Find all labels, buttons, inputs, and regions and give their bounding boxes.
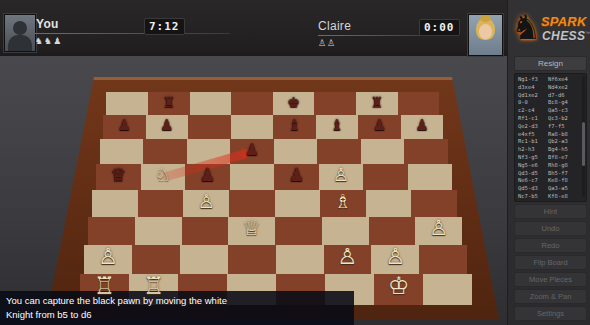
square-b4[interactable] <box>138 190 184 218</box>
move-row-9[interactable]: Rc1-b1Qb2-a3 <box>518 138 576 146</box>
square-e2[interactable] <box>276 245 324 275</box>
square-a4[interactable] <box>92 190 138 218</box>
move-row-12[interactable]: Ng5-e6Rh8-g8 <box>518 162 576 170</box>
sidebar-button-redo[interactable]: Redo <box>514 238 587 253</box>
knight-horse-head-icon: ♞ <box>511 10 541 44</box>
move-row-7[interactable]: Qe2-d3f7-f5 <box>518 123 576 131</box>
square-f8[interactable] <box>314 92 356 116</box>
piece-white-rook-a1[interactable]: ♖ <box>94 274 116 298</box>
white-clock: 7:12 <box>144 18 185 35</box>
piece-white-pawn-f5[interactable]: ♙ <box>333 166 349 184</box>
square-d5[interactable] <box>230 164 275 191</box>
captured-tray-black: ♙♙ <box>318 39 336 48</box>
piece-white-pawn-g2[interactable]: ♙ <box>385 246 405 268</box>
move-row-3[interactable]: Qd1xe2d7-d6 <box>518 92 576 100</box>
coach-hint-bar: You can capture the black pawn by moving… <box>0 291 354 325</box>
square-g6[interactable] <box>361 139 405 165</box>
move-row-2[interactable]: d3xe4Nd4xe2 <box>518 84 576 92</box>
piece-white-bishop-f4[interactable]: ♗ <box>334 192 351 211</box>
square-a6[interactable] <box>100 139 144 165</box>
move-row-1[interactable]: Ng1-f3Nf6xe4 <box>518 76 576 84</box>
move-row-11[interactable]: Nf3-g5Bf8-e7 <box>518 154 576 162</box>
player-name-white: You <box>36 17 59 31</box>
square-d7[interactable] <box>231 115 274 140</box>
piece-black-pawn-h7[interactable]: ♟ <box>415 118 428 133</box>
piece-white-rook-b1[interactable]: ♖ <box>143 274 165 298</box>
piece-black-pawn-e5[interactable]: ♟ <box>288 166 304 184</box>
sidebar-button-undo[interactable]: Undo <box>514 221 587 236</box>
hint-line-1: You can capture the black pawn by moving… <box>6 294 354 308</box>
piece-black-pawn-d6[interactable]: ♟ <box>245 142 259 158</box>
move-row-16[interactable]: Nc7-b5Kf8-e8 <box>518 193 576 201</box>
piece-black-pawn-g7[interactable]: ♟ <box>373 118 386 133</box>
move-row-13[interactable]: Qd3-d5Bh5-f7 <box>518 170 576 178</box>
square-c3[interactable] <box>182 217 229 246</box>
square-g4[interactable] <box>366 190 412 218</box>
square-e3[interactable] <box>275 217 322 246</box>
piece-black-king-e8[interactable]: ♚ <box>287 95 300 109</box>
move-list: Ng1-f3Nf6xe4d3xe4Nd4xe2Qd1xe2d7-d60-0Bc8… <box>514 73 587 202</box>
move-list-scrollbar <box>582 76 585 197</box>
square-h6[interactable] <box>404 139 448 165</box>
sidebar-button-zoom-pan[interactable]: Zoom & Pan <box>514 289 587 304</box>
avatar-you <box>4 14 36 52</box>
avatar-claire <box>468 14 503 56</box>
square-b6[interactable] <box>143 139 187 165</box>
square-e4[interactable] <box>275 190 321 218</box>
top-bar: You ♞♞♟ 7:12 Claire ♙♙ 0:00 <box>0 0 508 56</box>
square-e6[interactable] <box>274 139 318 165</box>
square-a3[interactable] <box>88 217 135 246</box>
square-f3[interactable] <box>322 217 369 246</box>
piece-white-pawn-a2[interactable]: ♙ <box>98 246 118 268</box>
hint-line-2: Knight from b5 to d6 <box>6 308 354 322</box>
sparkchess-logo[interactable]: ♞ SPARK CHESS ™ <box>509 8 590 54</box>
claire-face <box>479 24 492 39</box>
piece-white-pawn-c4[interactable]: ♙ <box>198 192 215 211</box>
piece-black-rook-g8[interactable]: ♜ <box>370 95 383 109</box>
sidebar-button-settings[interactable]: Settings <box>514 306 587 321</box>
move-row-4[interactable]: 0-0Bc8-g4 <box>518 99 576 107</box>
piece-black-pawn-c5[interactable]: ♟ <box>199 166 215 184</box>
piece-white-queen-d3[interactable]: ♕ <box>242 218 261 239</box>
square-g3[interactable] <box>369 217 416 246</box>
captured-tray-white: ♞♞♟ <box>35 37 62 46</box>
move-row-15[interactable]: Qd5-d3Qa3-a5 <box>518 185 576 193</box>
square-h2[interactable] <box>419 245 467 275</box>
square-c2[interactable] <box>180 245 228 275</box>
piece-black-rook-b8[interactable]: ♜ <box>162 95 175 109</box>
white-underline <box>35 33 230 34</box>
square-h8[interactable] <box>398 92 440 116</box>
scrollbar-thumb[interactable] <box>582 122 585 166</box>
player-name-black: Claire <box>318 19 351 33</box>
piece-black-pawn-b7[interactable]: ♟ <box>160 118 173 133</box>
piece-black-bishop-f7[interactable]: ♝ <box>330 118 343 133</box>
piece-black-pawn-a7[interactable]: ♟ <box>118 118 131 133</box>
move-row-10[interactable]: h2-h3Bg4-h5 <box>518 146 576 154</box>
sidebar: ♞ SPARK CHESS ™ Resign Ng1-f3Nf6xe4d3xe4… <box>507 0 590 325</box>
avatar-silhouette-icon <box>13 21 27 35</box>
piece-white-king-g1[interactable]: ♔ <box>388 274 410 298</box>
square-b2[interactable] <box>132 245 180 275</box>
piece-white-pawn-f2[interactable]: ♙ <box>338 246 358 268</box>
square-b3[interactable] <box>135 217 182 246</box>
logo-text-spark: SPARK <box>541 14 587 29</box>
square-c8[interactable] <box>190 92 232 116</box>
square-d4[interactable] <box>229 190 275 218</box>
square-h1[interactable] <box>423 274 472 305</box>
game-stage: ♜♚♜♟♟♝♝♟♟♟♛♘♟♟♙♙♗♕♙♙♙♙♖♖♔ You ♞♞♟ 7:12 C… <box>0 0 590 325</box>
sidebar-button-hint[interactable]: Hint <box>514 204 587 219</box>
piece-white-pawn-h3[interactable]: ♙ <box>429 218 448 239</box>
square-h4[interactable] <box>411 190 457 218</box>
trademark: ™ <box>585 30 590 36</box>
square-g5[interactable] <box>363 164 408 191</box>
resign-button[interactable]: Resign <box>514 56 587 71</box>
square-d2[interactable] <box>228 245 276 275</box>
piece-black-bishop-e7[interactable]: ♝ <box>288 118 301 133</box>
square-d8[interactable] <box>231 92 273 116</box>
move-row-5[interactable]: c2-c4Qa5-c3 <box>518 107 576 115</box>
move-row-14[interactable]: Ne6-c7Ke8-f8 <box>518 177 576 185</box>
square-f6[interactable] <box>317 139 361 165</box>
square-a8[interactable] <box>106 92 148 116</box>
square-h5[interactable] <box>408 164 453 191</box>
sidebar-button-move-pieces[interactable]: Move Pieces <box>514 272 587 287</box>
piece-black-queen-a5[interactable]: ♛ <box>110 166 126 184</box>
move-row-6[interactable]: Rf1-c1Qc3-b2 <box>518 115 576 123</box>
logo-text-chess: CHESS <box>542 29 585 43</box>
square-c7[interactable] <box>188 115 231 140</box>
piece-white-knight-b5[interactable]: ♘ <box>155 166 171 184</box>
sidebar-button-flip-board[interactable]: Flip Board <box>514 255 587 270</box>
black-clock: 0:00 <box>419 19 460 36</box>
move-row-8[interactable]: e4xf5Ra8-b8 <box>518 131 576 139</box>
